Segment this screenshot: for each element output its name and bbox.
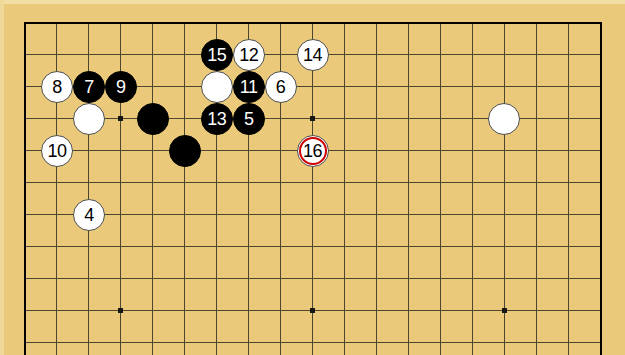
stone-white-12[interactable]: 12 bbox=[233, 39, 265, 71]
star-point bbox=[118, 308, 123, 313]
stone-black-11[interactable]: 11 bbox=[233, 71, 265, 103]
stone-white-G17[interactable] bbox=[201, 71, 233, 103]
move-number: 9 bbox=[116, 78, 126, 96]
stone-black-9[interactable]: 9 bbox=[105, 71, 137, 103]
move-number: 4 bbox=[84, 206, 94, 224]
stone-white-8[interactable]: 8 bbox=[41, 71, 73, 103]
stone-white-C16[interactable] bbox=[73, 103, 105, 135]
stone-black-F15[interactable] bbox=[169, 135, 201, 167]
move-number: 10 bbox=[47, 142, 66, 160]
star-point bbox=[310, 308, 315, 313]
move-number: 16 bbox=[303, 142, 322, 160]
stone-black-5[interactable]: 5 bbox=[233, 103, 265, 135]
move-number: 7 bbox=[84, 78, 94, 96]
move-number: 11 bbox=[240, 78, 258, 96]
stone-white-6[interactable]: 6 bbox=[265, 71, 297, 103]
move-number: 12 bbox=[239, 46, 258, 64]
move-number: 6 bbox=[276, 78, 286, 96]
move-number: 14 bbox=[303, 46, 322, 64]
stone-black-15[interactable]: 15 bbox=[201, 39, 233, 71]
stone-white-16[interactable]: 16 bbox=[297, 135, 329, 167]
go-board[interactable]: 45678910111213141516 bbox=[0, 0, 625, 355]
move-number: 15 bbox=[207, 46, 226, 64]
board-edge bbox=[24, 22, 602, 355]
move-number: 5 bbox=[244, 110, 254, 128]
move-number: 13 bbox=[207, 110, 226, 128]
star-point bbox=[502, 308, 507, 313]
stone-black-E16[interactable] bbox=[137, 103, 169, 135]
star-point bbox=[118, 116, 123, 121]
stone-white-14[interactable]: 14 bbox=[297, 39, 329, 71]
stone-black-13[interactable]: 13 bbox=[201, 103, 233, 135]
star-point bbox=[310, 116, 315, 121]
move-number: 8 bbox=[52, 78, 62, 96]
stone-white-Q16[interactable] bbox=[488, 103, 520, 135]
stone-black-7[interactable]: 7 bbox=[73, 71, 105, 103]
stone-white-10[interactable]: 10 bbox=[41, 135, 73, 167]
go-diagram-window: 45678910111213141516 bbox=[0, 0, 625, 355]
stone-white-4[interactable]: 4 bbox=[73, 199, 105, 231]
